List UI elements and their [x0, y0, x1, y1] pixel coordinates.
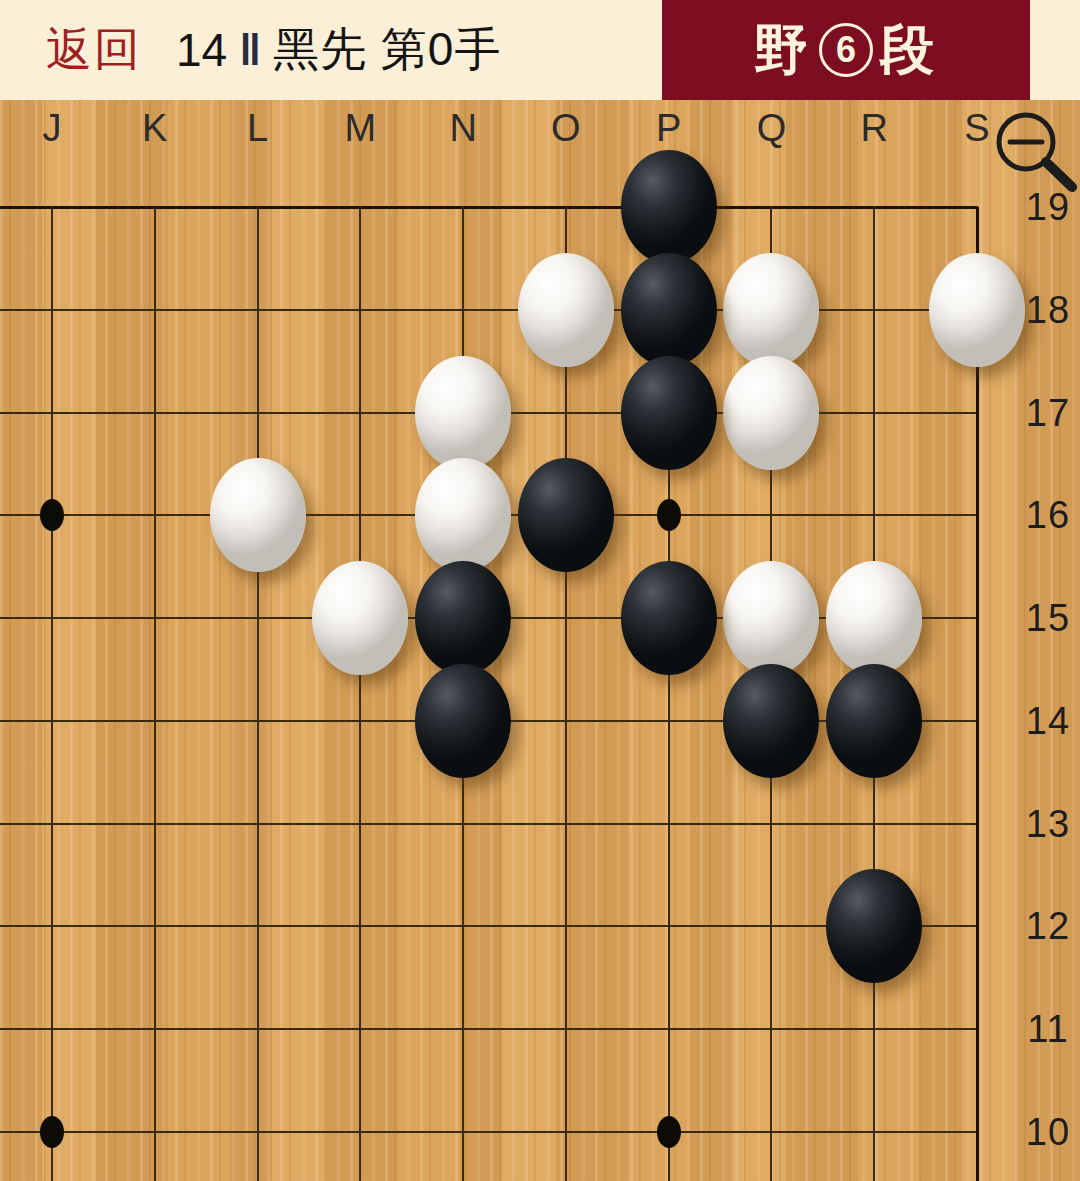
row-label-11: 11: [1027, 1008, 1068, 1051]
column-label-P: P: [656, 107, 681, 150]
stone-black-P17[interactable]: [621, 356, 717, 470]
stone-white-S18[interactable]: [929, 253, 1025, 367]
problem-number: 14: [176, 23, 227, 77]
circled-six-icon: 6: [819, 23, 873, 77]
row-label-18: 18: [1026, 288, 1070, 331]
grid-line-row-11: [0, 1028, 978, 1030]
problem-title: 黑先 第0手: [273, 19, 501, 81]
stone-white-Q15[interactable]: [723, 561, 819, 675]
column-label-R: R: [861, 107, 888, 150]
row-label-17: 17: [1026, 391, 1070, 434]
star-point-P16: [657, 499, 681, 531]
stone-white-R15[interactable]: [826, 561, 922, 675]
grid-line-col-J: [51, 207, 53, 1181]
row-label-15: 15: [1026, 597, 1070, 640]
grid-line-row-13: [0, 823, 978, 825]
row-label-10: 10: [1026, 1111, 1070, 1154]
stone-white-L16[interactable]: [210, 458, 306, 572]
stone-white-O18[interactable]: [518, 253, 614, 367]
star-point-J16: [40, 499, 64, 531]
stone-black-P15[interactable]: [621, 561, 717, 675]
column-label-N: N: [449, 107, 476, 150]
stone-white-N16[interactable]: [415, 458, 511, 572]
stone-white-Q17[interactable]: [723, 356, 819, 470]
rank-badge-prefix: 野: [754, 14, 812, 87]
stone-white-N17[interactable]: [415, 356, 511, 470]
stone-black-O16[interactable]: [518, 458, 614, 572]
rank-badge: 野 6 段: [662, 0, 1030, 100]
column-label-M: M: [345, 107, 377, 150]
grid-line-row-10: [0, 1131, 978, 1133]
grid-line-col-M: [359, 207, 361, 1181]
row-label-16: 16: [1026, 494, 1070, 537]
grid-line-col-K: [154, 207, 156, 1181]
grid-line-row-19: [0, 206, 978, 209]
title-separator: ‖: [239, 25, 261, 75]
column-label-K: K: [142, 107, 167, 150]
star-point-P10: [657, 1116, 681, 1148]
column-label-Q: Q: [757, 107, 787, 150]
stone-black-R14[interactable]: [826, 664, 922, 778]
grid-line-col-L: [257, 207, 259, 1181]
column-label-L: L: [247, 107, 268, 150]
column-label-J: J: [43, 107, 62, 150]
grid-line-row-18: [0, 309, 978, 311]
stone-white-Q18[interactable]: [723, 253, 819, 367]
row-label-14: 14: [1026, 699, 1070, 742]
column-label-O: O: [551, 107, 581, 150]
column-label-S: S: [964, 107, 989, 150]
stone-white-M15[interactable]: [312, 561, 408, 675]
stone-black-R12[interactable]: [826, 869, 922, 983]
row-label-12: 12: [1026, 905, 1070, 948]
row-label-13: 13: [1026, 802, 1070, 845]
top-bar: 返回 14 ‖ 黑先 第0手 野 6 段: [0, 0, 1080, 100]
back-button[interactable]: 返回: [46, 19, 142, 81]
stone-black-Q14[interactable]: [723, 664, 819, 778]
stone-black-N15[interactable]: [415, 561, 511, 675]
row-label-19: 19: [1026, 186, 1070, 229]
go-board[interactable]: JKLMNOPQRS19181716151413121110: [0, 100, 1080, 1181]
stone-black-P18[interactable]: [621, 253, 717, 367]
stone-black-N14[interactable]: [415, 664, 511, 778]
star-point-J10: [40, 1116, 64, 1148]
rank-badge-suffix: 段: [880, 14, 938, 87]
stone-black-P19[interactable]: [621, 150, 717, 264]
